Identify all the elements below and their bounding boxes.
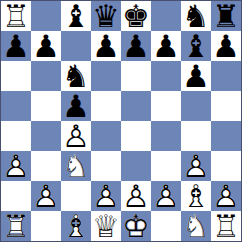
square-f8[interactable] <box>151 1 181 31</box>
square-a5[interactable] <box>1 91 31 121</box>
piece-white-knight[interactable]: ♞♘ <box>61 151 91 181</box>
piece-white-pawn[interactable]: ♟♙ <box>31 181 61 211</box>
piece-black-rook[interactable]: ♜ <box>211 1 241 31</box>
white-piece-outline-glyph: ♔ <box>121 211 151 241</box>
black-piece-glyph: ♚ <box>121 1 151 31</box>
square-h4[interactable] <box>211 121 241 151</box>
piece-white-pawn[interactable]: ♟♙ <box>211 181 241 211</box>
square-d6[interactable] <box>91 61 121 91</box>
square-d7[interactable]: ♟ <box>91 31 121 61</box>
white-piece-outline-glyph: ♙ <box>151 181 181 211</box>
white-piece-outline-glyph: ♖ <box>211 211 241 241</box>
square-a3[interactable]: ♟♙ <box>1 151 31 181</box>
piece-white-rook[interactable]: ♜♖ <box>1 1 31 31</box>
piece-black-king[interactable]: ♚ <box>121 1 151 31</box>
piece-white-king[interactable]: ♚♔ <box>121 211 151 241</box>
square-c5[interactable]: ♟ <box>61 91 91 121</box>
piece-white-queen[interactable]: ♛♕ <box>91 211 121 241</box>
piece-white-pawn[interactable]: ♟♙ <box>61 121 91 151</box>
square-f7[interactable]: ♟ <box>151 31 181 61</box>
piece-black-bishop[interactable]: ♝ <box>181 31 211 61</box>
piece-white-bishop[interactable]: ♝♗ <box>181 181 211 211</box>
square-h3[interactable] <box>211 151 241 181</box>
black-piece-glyph: ♟ <box>61 91 91 121</box>
square-a4[interactable] <box>1 121 31 151</box>
square-a6[interactable] <box>1 61 31 91</box>
square-e1[interactable]: ♚♔ <box>121 211 151 241</box>
black-piece-glyph: ♟ <box>181 61 211 91</box>
black-piece-glyph: ♟ <box>121 31 151 61</box>
piece-black-bishop[interactable]: ♝ <box>61 1 91 31</box>
square-c4[interactable]: ♟♙ <box>61 121 91 151</box>
square-h5[interactable] <box>211 91 241 121</box>
square-f5[interactable] <box>151 91 181 121</box>
black-piece-glyph: ♝ <box>181 31 211 61</box>
square-a2[interactable] <box>1 181 31 211</box>
black-piece-glyph: ♛ <box>91 1 121 31</box>
piece-white-pawn[interactable]: ♟♙ <box>91 181 121 211</box>
white-piece-outline-glyph: ♘ <box>61 151 91 181</box>
white-piece-outline-glyph: ♙ <box>121 181 151 211</box>
square-h6[interactable] <box>211 61 241 91</box>
black-piece-glyph: ♞ <box>61 61 91 91</box>
white-piece-outline-glyph: ♙ <box>91 181 121 211</box>
chess-board: ♜♖♝♛♚♞♜♟♟♟♟♟♝♟♞♟♟♟♙♟♙♞♘♟♙♟♙♟♙♟♙♟♙♝♗♟♙♜♖♝… <box>0 0 242 242</box>
black-piece-glyph: ♟ <box>31 31 61 61</box>
square-h2[interactable]: ♟♙ <box>211 181 241 211</box>
white-piece-outline-glyph: ♗ <box>181 181 211 211</box>
square-e7[interactable]: ♟ <box>121 31 151 61</box>
piece-white-pawn[interactable]: ♟♙ <box>121 181 151 211</box>
square-a8[interactable]: ♜♖ <box>1 1 31 31</box>
square-b3[interactable] <box>31 151 61 181</box>
square-c2[interactable] <box>61 181 91 211</box>
white-piece-outline-glyph: ♖ <box>1 1 31 31</box>
black-piece-glyph: ♟ <box>1 31 31 61</box>
square-a7[interactable]: ♟ <box>1 31 31 61</box>
square-b2[interactable]: ♟♙ <box>31 181 61 211</box>
square-h1[interactable]: ♜♖ <box>211 211 241 241</box>
square-g8[interactable]: ♞ <box>181 1 211 31</box>
square-g3[interactable]: ♟♙ <box>181 151 211 181</box>
white-piece-outline-glyph: ♖ <box>1 211 31 241</box>
square-d3[interactable] <box>91 151 121 181</box>
piece-white-rook[interactable]: ♜♖ <box>1 211 31 241</box>
square-g1[interactable]: ♞♘ <box>181 211 211 241</box>
square-c7[interactable] <box>61 31 91 61</box>
piece-black-knight[interactable]: ♞ <box>181 1 211 31</box>
square-h7[interactable]: ♟ <box>211 31 241 61</box>
square-h8[interactable]: ♜ <box>211 1 241 31</box>
square-c1[interactable]: ♝♗ <box>61 211 91 241</box>
black-piece-glyph: ♟ <box>91 31 121 61</box>
square-g6[interactable]: ♟ <box>181 61 211 91</box>
piece-white-pawn[interactable]: ♟♙ <box>151 181 181 211</box>
square-f2[interactable]: ♟♙ <box>151 181 181 211</box>
black-piece-glyph: ♝ <box>61 1 91 31</box>
square-d2[interactable]: ♟♙ <box>91 181 121 211</box>
square-e6[interactable] <box>121 61 151 91</box>
square-d1[interactable]: ♛♕ <box>91 211 121 241</box>
black-piece-glyph: ♟ <box>151 31 181 61</box>
piece-black-pawn[interactable]: ♟ <box>211 31 241 61</box>
piece-black-pawn[interactable]: ♟ <box>151 31 181 61</box>
piece-black-knight[interactable]: ♞ <box>61 61 91 91</box>
square-e2[interactable]: ♟♙ <box>121 181 151 211</box>
white-piece-outline-glyph: ♙ <box>1 151 31 181</box>
piece-white-knight[interactable]: ♞♘ <box>181 211 211 241</box>
square-d8[interactable]: ♛ <box>91 1 121 31</box>
white-piece-outline-glyph: ♙ <box>31 181 61 211</box>
black-piece-glyph: ♟ <box>211 31 241 61</box>
square-b8[interactable] <box>31 1 61 31</box>
square-b4[interactable] <box>31 121 61 151</box>
square-e8[interactable]: ♚ <box>121 1 151 31</box>
white-piece-outline-glyph: ♙ <box>181 151 211 181</box>
square-e3[interactable] <box>121 151 151 181</box>
white-piece-outline-glyph: ♘ <box>181 211 211 241</box>
square-f3[interactable] <box>151 151 181 181</box>
black-piece-glyph: ♜ <box>211 1 241 31</box>
square-c8[interactable]: ♝ <box>61 1 91 31</box>
square-b6[interactable] <box>31 61 61 91</box>
piece-black-pawn[interactable]: ♟ <box>181 61 211 91</box>
piece-black-pawn[interactable]: ♟ <box>31 31 61 61</box>
square-f6[interactable] <box>151 61 181 91</box>
square-f1[interactable] <box>151 211 181 241</box>
piece-black-pawn[interactable]: ♟ <box>91 31 121 61</box>
square-b1[interactable] <box>31 211 61 241</box>
white-piece-outline-glyph: ♗ <box>61 211 91 241</box>
white-piece-outline-glyph: ♙ <box>211 181 241 211</box>
square-b5[interactable] <box>31 91 61 121</box>
square-b7[interactable]: ♟ <box>31 31 61 61</box>
black-piece-glyph: ♞ <box>181 1 211 31</box>
square-c3[interactable]: ♞♘ <box>61 151 91 181</box>
white-piece-outline-glyph: ♕ <box>91 211 121 241</box>
piece-black-pawn[interactable]: ♟ <box>61 91 91 121</box>
piece-white-bishop[interactable]: ♝♗ <box>61 211 91 241</box>
square-d4[interactable] <box>91 121 121 151</box>
square-e4[interactable] <box>121 121 151 151</box>
square-c6[interactable]: ♞ <box>61 61 91 91</box>
piece-white-pawn[interactable]: ♟♙ <box>1 151 31 181</box>
square-e5[interactable] <box>121 91 151 121</box>
square-g7[interactable]: ♝ <box>181 31 211 61</box>
piece-white-rook[interactable]: ♜♖ <box>211 211 241 241</box>
square-f4[interactable] <box>151 121 181 151</box>
square-g2[interactable]: ♝♗ <box>181 181 211 211</box>
piece-black-pawn[interactable]: ♟ <box>121 31 151 61</box>
white-piece-outline-glyph: ♙ <box>61 121 91 151</box>
square-g4[interactable] <box>181 121 211 151</box>
piece-black-queen[interactable]: ♛ <box>91 1 121 31</box>
square-a1[interactable]: ♜♖ <box>1 211 31 241</box>
square-d5[interactable] <box>91 91 121 121</box>
square-g5[interactable] <box>181 91 211 121</box>
piece-white-pawn[interactable]: ♟♙ <box>181 151 211 181</box>
piece-black-pawn[interactable]: ♟ <box>1 31 31 61</box>
